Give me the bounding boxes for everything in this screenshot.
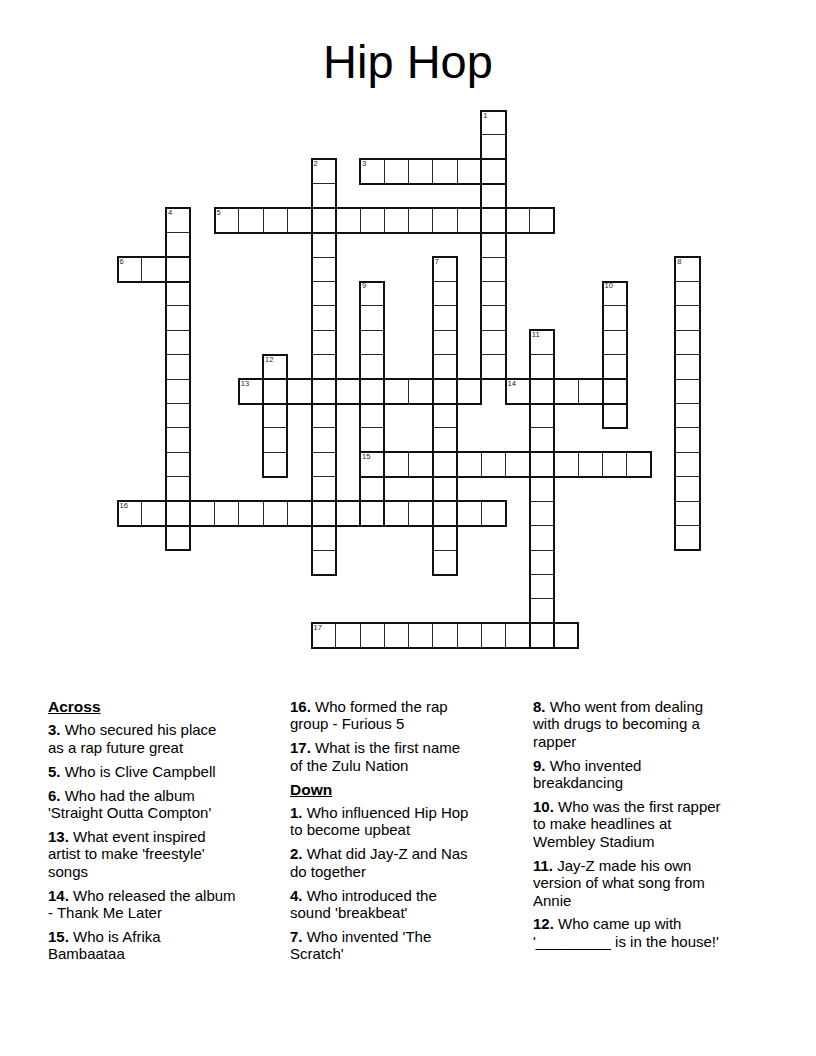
grid-cell[interactable] [311, 183, 337, 209]
cell-number: 1 [483, 112, 487, 120]
grid-cell[interactable] [602, 354, 628, 380]
grid-cell[interactable] [360, 354, 386, 380]
grid-cell[interactable]: 16 [117, 501, 143, 527]
clue-across-3: 3. Who secured his place as a rap future… [48, 721, 282, 756]
grid-cell[interactable] [529, 598, 555, 624]
grid-cell[interactable] [675, 354, 701, 380]
clue-down-12: 12. Who came up with '_________ is in th… [533, 915, 767, 950]
grid-cell[interactable] [166, 330, 192, 356]
grid-cell[interactable] [481, 623, 507, 649]
grid-cell[interactable] [529, 550, 555, 576]
clue-down-4: 4. Who introduced the sound 'breakbeat' [290, 887, 524, 922]
grid-cell[interactable] [311, 452, 337, 478]
grid-cell[interactable] [432, 525, 458, 551]
clue-text: Who went from dealing with drugs to beco… [533, 698, 703, 750]
clue-column-2: 16. Who formed the rap group - Furious 5… [290, 698, 524, 969]
grid-cell[interactable] [311, 379, 337, 405]
grid-cell[interactable] [481, 501, 507, 527]
grid-cell[interactable] [675, 305, 701, 331]
grid-cell[interactable] [311, 257, 337, 283]
grid-cell[interactable] [602, 305, 628, 331]
clue-text: Who is Clive Campbell [61, 763, 216, 780]
grid-cell[interactable] [166, 379, 192, 405]
grid-cell[interactable] [481, 330, 507, 356]
clue-text: Jay-Z made his own version of what song … [533, 857, 705, 909]
grid-cell[interactable] [166, 354, 192, 380]
clue-number: 7. [290, 928, 303, 945]
grid-cell[interactable] [360, 330, 386, 356]
grid-cell[interactable] [360, 208, 386, 234]
grid-cell[interactable] [457, 623, 483, 649]
cell-number: 6 [120, 258, 124, 266]
grid-cell[interactable] [529, 208, 555, 234]
grid-cell[interactable]: 5 [214, 208, 240, 234]
clue-across-6: 6. Who had the album 'Straight Outta Com… [48, 787, 282, 822]
grid-cell[interactable] [432, 501, 458, 527]
clue-column-3: 8. Who went from dealing with drugs to b… [533, 698, 767, 957]
grid-cell[interactable] [311, 330, 337, 356]
grid-cell[interactable]: 6 [117, 257, 143, 283]
cell-number: 16 [120, 502, 128, 510]
grid-cell[interactable] [481, 354, 507, 380]
grid-cell[interactable] [529, 403, 555, 429]
grid-cell[interactable] [602, 403, 628, 429]
grid-cell[interactable] [311, 354, 337, 380]
grid-cell[interactable] [602, 330, 628, 356]
grid-cell[interactable] [529, 525, 555, 551]
cell-number: 8 [677, 258, 681, 266]
cell-number: 4 [168, 209, 172, 217]
clue-text: Who introduced the sound 'breakbeat' [290, 887, 437, 921]
clues-header-across: Across [48, 698, 282, 715]
grid-cell[interactable] [432, 330, 458, 356]
grid-cell[interactable] [384, 501, 410, 527]
grid-cell[interactable] [384, 379, 410, 405]
grid-cell[interactable] [626, 452, 652, 478]
clue-number: 12. [533, 915, 554, 932]
grid-cell[interactable] [311, 305, 337, 331]
grid-cell[interactable] [457, 379, 483, 405]
page-title: Hip Hop [0, 34, 816, 89]
grid-cell[interactable] [360, 501, 386, 527]
grid-cell[interactable] [360, 476, 386, 502]
grid-cell[interactable] [408, 501, 434, 527]
grid-cell[interactable] [384, 208, 410, 234]
grid-cell[interactable] [432, 427, 458, 453]
grid-cell[interactable]: 9 [360, 281, 386, 307]
clue-down-1: 1. Who influenced Hip Hop to become upbe… [290, 804, 524, 839]
grid-cell[interactable] [529, 379, 555, 405]
grid-cell[interactable]: 17 [311, 623, 337, 649]
clue-number: 1. [290, 804, 303, 821]
grid-cell[interactable] [529, 623, 555, 649]
grid-cell[interactable] [481, 232, 507, 258]
grid-cell[interactable] [335, 623, 361, 649]
grid-cell[interactable] [311, 208, 337, 234]
grid-cell[interactable] [360, 427, 386, 453]
clue-number: 16. [290, 698, 311, 715]
clue-down-10: 10. Who was the first rapper to make hea… [533, 798, 767, 850]
grid-cell[interactable] [263, 208, 289, 234]
cell-number: 12 [265, 356, 273, 364]
grid-cell[interactable] [554, 452, 580, 478]
grid-cell[interactable] [384, 159, 410, 185]
clue-text: Who secured his place as a rap future gr… [48, 721, 216, 755]
clue-text: What is the first name of the Zulu Natio… [290, 739, 460, 773]
clue-text: Who came up with '_________ is in the ho… [533, 915, 719, 949]
grid-cell[interactable]: 3 [360, 159, 386, 185]
grid-cell[interactable] [166, 501, 192, 527]
grid-cell[interactable] [432, 159, 458, 185]
cell-number: 11 [532, 331, 540, 339]
grid-cell[interactable] [432, 305, 458, 331]
grid-cell[interactable] [529, 476, 555, 502]
clue-number: 2. [290, 845, 303, 862]
grid-cell[interactable] [311, 525, 337, 551]
grid-cell[interactable] [287, 208, 313, 234]
grid-cell[interactable] [166, 257, 192, 283]
grid-cell[interactable] [311, 403, 337, 429]
grid-cell[interactable] [263, 501, 289, 527]
grid-cell[interactable] [529, 501, 555, 527]
grid-cell[interactable] [263, 427, 289, 453]
grid-cell[interactable]: 12 [263, 354, 289, 380]
grid-cell[interactable] [263, 403, 289, 429]
grid-cell[interactable] [166, 232, 192, 258]
grid-cell[interactable] [263, 379, 289, 405]
clue-text: Who had the album 'Straight Outta Compto… [48, 787, 211, 821]
grid-cell[interactable] [141, 257, 167, 283]
grid-cell[interactable] [335, 379, 361, 405]
grid-cell[interactable] [675, 330, 701, 356]
cell-number: 17 [314, 624, 322, 632]
grid-cell[interactable] [335, 501, 361, 527]
grid-cell[interactable] [141, 501, 167, 527]
grid-cell[interactable] [238, 208, 264, 234]
grid-cell[interactable]: 14 [505, 379, 531, 405]
clue-text: Who invented 'The Scratch' [290, 928, 431, 962]
crossword-grid: 1234567891011121314151617 [117, 110, 700, 649]
grid-cell[interactable] [481, 134, 507, 160]
grid-cell[interactable] [675, 452, 701, 478]
grid-cell[interactable] [675, 476, 701, 502]
grid-cell[interactable] [190, 501, 216, 527]
grid-cell[interactable] [675, 501, 701, 527]
clues-header-down: Down [290, 781, 524, 798]
clue-number: 8. [533, 698, 546, 715]
cell-number: 9 [362, 282, 366, 290]
grid-cell[interactable] [554, 623, 580, 649]
grid-cell[interactable]: 4 [166, 208, 192, 234]
cell-number: 15 [362, 453, 370, 461]
grid-cell[interactable] [578, 452, 604, 478]
grid-cell[interactable] [675, 427, 701, 453]
grid-cell[interactable] [602, 379, 628, 405]
grid-cell[interactable] [432, 281, 458, 307]
clue-number: 13. [48, 828, 69, 845]
grid-cell[interactable] [166, 452, 192, 478]
clue-down-11: 11. Jay-Z made his own version of what s… [533, 857, 767, 909]
clue-across-17: 17. What is the first name of the Zulu N… [290, 739, 524, 774]
clue-text: Who influenced Hip Hop to become upbeat [290, 804, 468, 838]
grid-cell[interactable] [481, 305, 507, 331]
grid-cell[interactable] [481, 183, 507, 209]
grid-cell[interactable] [311, 232, 337, 258]
grid-cell[interactable] [360, 623, 386, 649]
grid-cell[interactable] [311, 501, 337, 527]
grid-cell[interactable] [360, 379, 386, 405]
grid-cell[interactable] [166, 281, 192, 307]
grid-cell[interactable] [675, 525, 701, 551]
grid-cell[interactable] [384, 452, 410, 478]
cell-number: 7 [435, 258, 439, 266]
grid-cell[interactable]: 2 [311, 159, 337, 185]
grid-cell[interactable] [311, 427, 337, 453]
grid-cell[interactable] [214, 501, 240, 527]
grid-cell[interactable] [432, 379, 458, 405]
clue-across-13: 13. What event inspired artist to make '… [48, 828, 282, 880]
grid-cell[interactable] [408, 623, 434, 649]
grid-cell[interactable] [360, 403, 386, 429]
grid-cell[interactable]: 11 [529, 330, 555, 356]
cell-number: 2 [314, 160, 318, 168]
grid-cell[interactable] [287, 501, 313, 527]
clue-number: 10. [533, 798, 554, 815]
grid-cell[interactable] [457, 501, 483, 527]
cell-number: 13 [241, 380, 249, 388]
grid-cell[interactable] [432, 208, 458, 234]
clue-across-16: 16. Who formed the rap group - Furious 5 [290, 698, 524, 733]
clue-number: 9. [533, 757, 546, 774]
grid-cell[interactable]: 13 [238, 379, 264, 405]
clue-down-8: 8. Who went from dealing with drugs to b… [533, 698, 767, 750]
clue-number: 3. [48, 721, 61, 738]
grid-cell[interactable] [529, 452, 555, 478]
grid-cell[interactable] [481, 257, 507, 283]
grid-cell[interactable] [457, 452, 483, 478]
grid-cell[interactable] [408, 452, 434, 478]
grid-cell[interactable]: 10 [602, 281, 628, 307]
grid-cell[interactable] [432, 623, 458, 649]
grid-cell[interactable] [432, 452, 458, 478]
grid-cell[interactable] [166, 525, 192, 551]
clue-number: 14. [48, 887, 69, 904]
grid-cell[interactable] [238, 501, 264, 527]
grid-cell[interactable] [602, 452, 628, 478]
cell-number: 14 [508, 380, 516, 388]
clue-text: What event inspired artist to make 'free… [48, 828, 206, 880]
grid-cell[interactable] [505, 623, 531, 649]
clue-number: 6. [48, 787, 61, 804]
grid-cell[interactable] [505, 452, 531, 478]
grid-cell[interactable] [311, 476, 337, 502]
grid-cell[interactable] [311, 281, 337, 307]
grid-cell[interactable] [675, 379, 701, 405]
grid-cell[interactable] [335, 208, 361, 234]
grid-cell[interactable]: 7 [432, 257, 458, 283]
grid-cell[interactable]: 1 [481, 110, 507, 136]
grid-cell[interactable] [675, 403, 701, 429]
grid-cell[interactable] [432, 403, 458, 429]
clue-text: Who formed the rap group - Furious 5 [290, 698, 448, 732]
grid-cell[interactable] [481, 452, 507, 478]
clue-down-9: 9. Who invented breakdancing [533, 757, 767, 792]
clue-down-2: 2. What did Jay-Z and Nas do together [290, 845, 524, 880]
clue-down-7: 7. Who invented 'The Scratch' [290, 928, 524, 963]
grid-cell[interactable] [263, 452, 289, 478]
clue-across-5: 5. Who is Clive Campbell [48, 763, 282, 780]
grid-cell[interactable] [408, 159, 434, 185]
clue-number: 17. [290, 739, 311, 756]
grid-cell[interactable] [384, 623, 410, 649]
clue-text: Who was the first rapper to make headlin… [533, 798, 721, 850]
grid-cell[interactable] [675, 281, 701, 307]
clue-text: Who released the album - Thank Me Later [48, 887, 236, 921]
grid-cell[interactable] [432, 550, 458, 576]
grid-cell[interactable] [481, 159, 507, 185]
cell-number: 3 [362, 160, 366, 168]
grid-cell[interactable]: 8 [675, 257, 701, 283]
grid-cell[interactable] [432, 476, 458, 502]
clue-number: 15. [48, 928, 69, 945]
grid-cell[interactable] [457, 159, 483, 185]
clue-across-14: 14. Who released the album - Thank Me La… [48, 887, 282, 922]
grid-cell[interactable] [481, 281, 507, 307]
grid-cell[interactable] [287, 379, 313, 405]
grid-cell[interactable] [529, 574, 555, 600]
clue-column-1: Across3. Who secured his place as a rap … [48, 698, 282, 969]
clue-text: What did Jay-Z and Nas do together [290, 845, 468, 879]
clue-number: 4. [290, 887, 303, 904]
grid-cell[interactable] [408, 208, 434, 234]
grid-cell[interactable] [529, 354, 555, 380]
clue-number: 11. [533, 857, 553, 874]
grid-cell[interactable] [311, 550, 337, 576]
cell-number: 5 [217, 209, 221, 217]
grid-cell[interactable] [578, 379, 604, 405]
grid-cell[interactable] [360, 305, 386, 331]
cell-number: 10 [605, 282, 613, 290]
grid-cell[interactable] [554, 379, 580, 405]
grid-cell[interactable] [505, 208, 531, 234]
grid-cell[interactable] [166, 305, 192, 331]
clue-number: 5. [48, 763, 61, 780]
grid-cell[interactable] [481, 208, 507, 234]
grid-cell[interactable] [457, 208, 483, 234]
grid-cell[interactable] [166, 476, 192, 502]
grid-cell[interactable] [166, 427, 192, 453]
grid-cell[interactable]: 15 [360, 452, 386, 478]
grid-cell[interactable] [166, 403, 192, 429]
crossword-worksheet: { "game": "crossword", "title": "Hip Hop… [0, 0, 816, 1056]
clue-text: Who invented breakdancing [533, 757, 641, 791]
clue-across-15: 15. Who is Afrika Bambaataa [48, 928, 282, 963]
grid-cell[interactable] [529, 427, 555, 453]
grid-cell[interactable] [408, 379, 434, 405]
grid-cell[interactable] [432, 354, 458, 380]
